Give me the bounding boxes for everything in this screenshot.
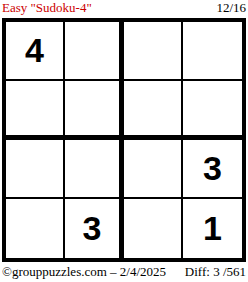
cell-r3c0[interactable] [6, 199, 65, 258]
cell-r1c2[interactable] [124, 81, 183, 140]
cell-r2c0[interactable] [6, 140, 65, 199]
header: Easy "Sudoku-4" 12/16 [0, 0, 248, 17]
cell-r2c1[interactable] [65, 140, 124, 199]
cell-r0c0[interactable]: 4 [6, 22, 65, 81]
cell-r0c2[interactable] [124, 22, 183, 81]
puzzle-title: Easy "Sudoku-4" [2, 1, 92, 15]
footer: ©grouppuzzles.com – 2/4/2025 Diff: 3 /56… [0, 263, 248, 282]
puzzle-counter: 12/16 [216, 1, 246, 15]
cell-r1c1[interactable] [65, 81, 124, 140]
cell-r0c1[interactable] [65, 22, 124, 81]
difficulty-text: Diff: 3 /561 [185, 265, 246, 279]
cell-r2c3[interactable]: 3 [183, 140, 242, 199]
sudoku-page: Easy "Sudoku-4" 12/16 4 3 3 1 ©grouppuzz… [0, 0, 248, 282]
cell-r1c3[interactable] [183, 81, 242, 140]
sudoku-grid: 4 3 3 1 [2, 18, 246, 262]
cell-r0c3[interactable] [183, 22, 242, 81]
cell-r3c1[interactable]: 3 [65, 199, 124, 258]
cell-r1c0[interactable] [6, 81, 65, 140]
cell-r3c3[interactable]: 1 [183, 199, 242, 258]
cell-r3c2[interactable] [124, 199, 183, 258]
cell-r2c2[interactable] [124, 140, 183, 199]
copyright-text: ©grouppuzzles.com – 2/4/2025 [2, 265, 166, 279]
